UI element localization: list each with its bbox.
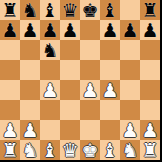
piece-black-pawn[interactable]: ♟ (1, 20, 18, 40)
piece-white-pawn[interactable]: ♟ (141, 120, 158, 140)
square-a3[interactable] (0, 100, 20, 120)
square-c6[interactable]: ♞ (40, 40, 60, 60)
piece-white-pawn[interactable]: ♟ (101, 80, 118, 100)
square-e5[interactable] (80, 60, 100, 80)
square-e8[interactable]: ♚ (80, 0, 100, 20)
square-h3[interactable] (140, 100, 160, 120)
square-e2[interactable] (80, 120, 100, 140)
square-f3[interactable] (100, 100, 120, 120)
square-b8[interactable]: ♞ (20, 0, 40, 20)
square-f8[interactable]: ♝ (100, 0, 120, 20)
square-d2[interactable] (60, 120, 80, 140)
square-h5[interactable] (140, 60, 160, 80)
square-a5[interactable] (0, 60, 20, 80)
square-g5[interactable] (120, 60, 140, 80)
square-g3[interactable] (120, 100, 140, 120)
piece-black-rook[interactable]: ♜ (1, 0, 18, 20)
piece-black-rook[interactable]: ♜ (141, 0, 158, 20)
piece-white-pawn[interactable]: ♟ (121, 120, 138, 140)
square-h2[interactable]: ♟ (140, 120, 160, 140)
piece-black-knight[interactable]: ♞ (21, 0, 38, 20)
square-a4[interactable] (0, 80, 20, 100)
piece-white-rook[interactable]: ♜ (1, 140, 18, 160)
square-f7[interactable]: ♟ (100, 20, 120, 40)
piece-black-king[interactable]: ♚ (81, 0, 98, 20)
square-d8[interactable]: ♛ (60, 0, 80, 20)
square-b3[interactable] (20, 100, 40, 120)
piece-black-knight[interactable]: ♞ (41, 40, 58, 60)
square-f5[interactable] (100, 60, 120, 80)
piece-black-pawn[interactable]: ♟ (141, 20, 158, 40)
square-b5[interactable] (20, 60, 40, 80)
square-c3[interactable] (40, 100, 60, 120)
square-e7[interactable] (80, 20, 100, 40)
square-c8[interactable]: ♝ (40, 0, 60, 20)
square-a1[interactable]: ♜ (0, 140, 20, 160)
piece-white-pawn[interactable]: ♟ (81, 80, 98, 100)
square-f6[interactable] (100, 40, 120, 60)
square-h6[interactable] (140, 40, 160, 60)
square-g7[interactable]: ♟ (120, 20, 140, 40)
square-e4[interactable]: ♟ (80, 80, 100, 100)
square-b1[interactable]: ♞ (20, 140, 40, 160)
piece-black-pawn[interactable]: ♟ (121, 20, 138, 40)
square-d6[interactable] (60, 40, 80, 60)
square-b2[interactable]: ♟ (20, 120, 40, 140)
square-e1[interactable]: ♚ (80, 140, 100, 160)
square-g1[interactable]: ♞ (120, 140, 140, 160)
square-f4[interactable]: ♟ (100, 80, 120, 100)
square-c4[interactable]: ♟ (40, 80, 60, 100)
piece-black-pawn[interactable]: ♟ (101, 20, 118, 40)
piece-black-pawn[interactable]: ♟ (61, 20, 78, 40)
chess-board: ♜♞♝♛♚♝♜♟♟♟♟♟♟♟♞♟♟♟♟♟♟♟♜♞♝♛♚♝♞♜ (0, 0, 160, 160)
board-frame: ♜♞♝♛♚♝♜♟♟♟♟♟♟♟♞♟♟♟♟♟♟♟♜♞♝♛♚♝♞♜ (0, 0, 162, 162)
piece-white-knight[interactable]: ♞ (121, 140, 138, 160)
piece-white-pawn[interactable]: ♟ (21, 120, 38, 140)
square-b4[interactable] (20, 80, 40, 100)
square-h1[interactable]: ♜ (140, 140, 160, 160)
square-c5[interactable] (40, 60, 60, 80)
piece-black-bishop[interactable]: ♝ (101, 0, 118, 20)
square-f2[interactable] (100, 120, 120, 140)
piece-black-bishop[interactable]: ♝ (41, 0, 58, 20)
square-c1[interactable]: ♝ (40, 140, 60, 160)
square-e3[interactable] (80, 100, 100, 120)
square-d5[interactable] (60, 60, 80, 80)
square-b6[interactable] (20, 40, 40, 60)
piece-black-queen[interactable]: ♛ (61, 0, 78, 20)
piece-black-pawn[interactable]: ♟ (21, 20, 38, 40)
square-c7[interactable]: ♟ (40, 20, 60, 40)
square-h8[interactable]: ♜ (140, 0, 160, 20)
square-g6[interactable] (120, 40, 140, 60)
piece-white-bishop[interactable]: ♝ (101, 140, 118, 160)
square-d1[interactable]: ♛ (60, 140, 80, 160)
piece-black-pawn[interactable]: ♟ (41, 20, 58, 40)
square-a7[interactable]: ♟ (0, 20, 20, 40)
square-g4[interactable] (120, 80, 140, 100)
piece-white-bishop[interactable]: ♝ (41, 140, 58, 160)
square-a8[interactable]: ♜ (0, 0, 20, 20)
square-f1[interactable]: ♝ (100, 140, 120, 160)
square-a6[interactable] (0, 40, 20, 60)
square-d3[interactable] (60, 100, 80, 120)
square-h7[interactable]: ♟ (140, 20, 160, 40)
square-d7[interactable]: ♟ (60, 20, 80, 40)
square-c2[interactable] (40, 120, 60, 140)
piece-white-pawn[interactable]: ♟ (1, 120, 18, 140)
piece-white-knight[interactable]: ♞ (21, 140, 38, 160)
square-h4[interactable] (140, 80, 160, 100)
piece-white-rook[interactable]: ♜ (141, 140, 158, 160)
square-b7[interactable]: ♟ (20, 20, 40, 40)
square-a2[interactable]: ♟ (0, 120, 20, 140)
piece-white-pawn[interactable]: ♟ (41, 80, 58, 100)
square-d4[interactable] (60, 80, 80, 100)
piece-white-queen[interactable]: ♛ (61, 140, 78, 160)
piece-white-king[interactable]: ♚ (81, 140, 98, 160)
square-g2[interactable]: ♟ (120, 120, 140, 140)
square-e6[interactable] (80, 40, 100, 60)
square-g8[interactable] (120, 0, 140, 20)
